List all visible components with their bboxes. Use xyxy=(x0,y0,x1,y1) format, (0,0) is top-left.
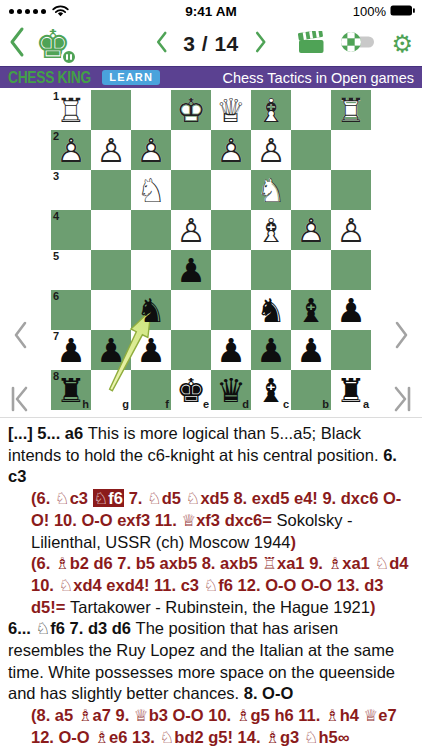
white-pawn: ♙ xyxy=(131,130,171,170)
square-f6[interactable]: ♞ xyxy=(131,290,171,330)
square-a2[interactable] xyxy=(331,130,371,170)
square-g2[interactable]: ♟♙ xyxy=(91,130,131,170)
annotation-paragraph: 6... ♘f6 7. d3 d6 The position that has … xyxy=(8,618,414,705)
chess-king-logo[interactable]: ♚ xyxy=(30,23,76,65)
square-d4[interactable] xyxy=(211,210,251,250)
square-b4[interactable]: ♟♙ xyxy=(291,210,331,250)
square-c3[interactable]: ♞♘ xyxy=(251,170,291,210)
white-bishop-fill: ♝ xyxy=(251,90,291,130)
black-pawn: ♟ xyxy=(211,330,251,370)
square-e7[interactable] xyxy=(171,330,211,370)
file-label: f xyxy=(165,398,169,410)
chevron-left-icon xyxy=(8,26,26,62)
white-rook: ♖ xyxy=(331,90,371,130)
nav-bar: ♚ 3 / 14 xyxy=(0,22,422,66)
rank-label: 6 xyxy=(53,290,59,303)
annotation-paragraph: (8. a5 ♗a7 9. ♕b3 O-O 10. ♗g5 h6 11. ♗h4… xyxy=(31,705,414,748)
square-b2[interactable] xyxy=(291,130,331,170)
white-king-fill: ♚ xyxy=(171,90,211,130)
square-b8[interactable]: b xyxy=(291,370,331,410)
square-c7[interactable]: ♟ xyxy=(251,330,291,370)
move-text: [...] 5... a6 xyxy=(8,424,88,442)
white-bishop: ♗ xyxy=(251,210,291,250)
white-queen: ♕ xyxy=(211,90,251,130)
square-f5[interactable] xyxy=(131,250,171,290)
highlighted-move[interactable]: ♘f6 xyxy=(93,489,124,507)
square-f7[interactable]: ♟ xyxy=(131,330,171,370)
white-king: ♔ xyxy=(171,90,211,130)
black-bishop: ♝ xyxy=(291,290,331,330)
back-button[interactable] xyxy=(8,26,26,62)
white-knight-fill: ♞ xyxy=(251,170,291,210)
square-h1[interactable]: 1♜♖ xyxy=(51,90,91,130)
move-text: 6... ♘f6 7. d3 d6 xyxy=(8,619,136,637)
square-c2[interactable]: ♟♙ xyxy=(251,130,291,170)
square-c6[interactable]: ♞ xyxy=(251,290,291,330)
square-f4[interactable] xyxy=(131,210,171,250)
white-pawn: ♙ xyxy=(211,130,251,170)
file-label: b xyxy=(322,398,329,410)
rank-label: 1 xyxy=(53,90,59,103)
board-section: 1♜♖♚♔♛♕♝♗♜♖2♟♙♟♙♟♙♟♙♟♙3♞♘♞♘4♟♙♝♗♟♙♟♙5♟6♞… xyxy=(0,88,422,418)
square-h3[interactable]: 3 xyxy=(51,170,91,210)
rank-label: 8 xyxy=(53,370,59,383)
black-pawn: ♟ xyxy=(331,290,371,330)
board-toggle[interactable] xyxy=(340,31,376,57)
white-bishop-fill: ♝ xyxy=(251,210,291,250)
white-pawn: ♙ xyxy=(171,210,211,250)
file-label: g xyxy=(122,398,129,410)
file-label: a xyxy=(363,398,369,410)
square-f3[interactable]: ♞♘ xyxy=(131,170,171,210)
black-knight: ♞ xyxy=(251,290,291,330)
white-pawn-fill: ♟ xyxy=(251,130,291,170)
last-position-button[interactable] xyxy=(391,385,413,413)
move-counter: 3 / 14 xyxy=(183,32,239,56)
square-c1[interactable]: ♝♗ xyxy=(251,90,291,130)
chess-board: 1♜♖♚♔♛♕♝♗♜♖2♟♙♟♙♟♙♟♙♟♙3♞♘♞♘4♟♙♝♗♟♙♟♙5♟6♞… xyxy=(51,90,371,410)
white-pawn-fill: ♟ xyxy=(171,210,211,250)
file-label: h xyxy=(82,398,89,410)
square-h5[interactable]: 5 xyxy=(51,250,91,290)
pause-badge-icon xyxy=(61,49,77,65)
square-d3[interactable] xyxy=(211,170,251,210)
clapperboard-icon xyxy=(298,40,325,57)
square-d6[interactable] xyxy=(211,290,251,330)
next-position-button[interactable] xyxy=(392,320,410,350)
square-h8[interactable]: 8h♜ xyxy=(51,370,91,410)
white-pawn: ♙ xyxy=(251,130,291,170)
annotation-panel[interactable]: [...] 5... a6 This is more logical than … xyxy=(0,418,422,749)
square-e4[interactable]: ♟♙ xyxy=(171,210,211,250)
status-bar: 9:41 AM 100% xyxy=(0,0,422,22)
move-text: 8. O-O xyxy=(244,684,294,702)
black-pawn: ♟ xyxy=(171,250,211,290)
square-b5[interactable] xyxy=(291,250,331,290)
square-f8[interactable]: f xyxy=(131,370,171,410)
square-c4[interactable]: ♝♗ xyxy=(251,210,291,250)
chess-king-wordmark: CHESS KING xyxy=(8,69,91,86)
rank-label: 3 xyxy=(53,170,59,183)
course-title: Chess Tactics in Open games xyxy=(222,70,414,86)
prev-position-button[interactable] xyxy=(12,320,30,350)
square-g5[interactable] xyxy=(91,250,131,290)
square-c8[interactable]: c♝ xyxy=(251,370,291,410)
white-queen-fill: ♛ xyxy=(211,90,251,130)
first-position-button[interactable] xyxy=(9,385,31,413)
battery-percent: 100% xyxy=(353,4,386,19)
square-g1[interactable] xyxy=(91,90,131,130)
square-a5[interactable] xyxy=(331,250,371,290)
square-d2[interactable]: ♟♙ xyxy=(211,130,251,170)
square-b3[interactable] xyxy=(291,170,331,210)
square-g3[interactable] xyxy=(91,170,131,210)
square-a3[interactable] xyxy=(331,170,371,210)
white-pawn-fill: ♟ xyxy=(91,130,131,170)
square-f2[interactable]: ♟♙ xyxy=(131,130,171,170)
square-d5[interactable] xyxy=(211,250,251,290)
white-pawn-fill: ♟ xyxy=(331,210,371,250)
banner: CHESS KING LEARN Chess Tactics in Open g… xyxy=(0,66,422,88)
white-rook-fill: ♜ xyxy=(331,90,371,130)
file-label: d xyxy=(242,398,249,410)
square-g6[interactable] xyxy=(91,290,131,330)
white-pawn: ♙ xyxy=(291,210,331,250)
black-pawn: ♟ xyxy=(91,330,131,370)
square-e3[interactable] xyxy=(171,170,211,210)
variation-text: (6. ♘c3 xyxy=(31,489,93,507)
square-a7[interactable] xyxy=(331,330,371,370)
square-e2[interactable] xyxy=(171,130,211,170)
white-pawn-fill: ♟ xyxy=(131,130,171,170)
white-pawn: ♙ xyxy=(91,130,131,170)
square-a8[interactable]: a♜ xyxy=(331,370,371,410)
square-e5[interactable]: ♟ xyxy=(171,250,211,290)
learn-badge: LEARN xyxy=(102,70,160,85)
square-e1[interactable]: ♚♔ xyxy=(171,90,211,130)
square-h6[interactable]: 6 xyxy=(51,290,91,330)
white-bishop: ♗ xyxy=(251,90,291,130)
checkered-board-icon xyxy=(340,39,376,56)
white-pawn: ♙ xyxy=(331,210,371,250)
variation-text: ) xyxy=(291,533,297,551)
video-lesson-button[interactable] xyxy=(298,31,325,58)
rank-label: 7 xyxy=(53,330,59,343)
black-pawn: ♟ xyxy=(291,330,331,370)
square-h2[interactable]: 2♟♙ xyxy=(51,130,91,170)
black-pawn: ♟ xyxy=(131,330,171,370)
black-pawn: ♟ xyxy=(251,330,291,370)
battery-icon xyxy=(390,4,415,19)
square-a4[interactable]: ♟♙ xyxy=(331,210,371,250)
file-label: e xyxy=(203,398,209,410)
square-b7[interactable]: ♟ xyxy=(291,330,331,370)
square-e6[interactable] xyxy=(171,290,211,330)
square-g8[interactable]: g xyxy=(91,370,131,410)
square-h4[interactable]: 4 xyxy=(51,210,91,250)
square-a1[interactable]: ♜♖ xyxy=(331,90,371,130)
variation-text: (8. a5 ♗a7 9. ♕b3 O-O 10. ♗g5 h6 11. ♗h4… xyxy=(31,706,397,746)
square-f1[interactable] xyxy=(131,90,171,130)
square-g7[interactable]: ♟ xyxy=(91,330,131,370)
next-move-button[interactable] xyxy=(254,30,268,58)
file-label: c xyxy=(283,398,289,410)
app-screen: 9:41 AM 100% ♚ xyxy=(0,0,422,750)
square-c5[interactable] xyxy=(251,250,291,290)
variation-text: ) xyxy=(370,598,376,616)
rank-label: 4 xyxy=(53,210,59,223)
gear-icon: ⚙ xyxy=(391,30,413,58)
white-pawn-fill: ♟ xyxy=(211,130,251,170)
annotation-paragraph: (6. ♗b2 d6 7. b5 axb5 8. axb5 ♖xa1 9. ♗x… xyxy=(31,553,414,618)
game-citation: Tartakower - Rubinstein, the Hague 1921 xyxy=(70,598,370,616)
annotation-paragraph: (6. ♘c3 ♘f6 7. ♘d5 ♘xd5 8. exd5 e4! 9. d… xyxy=(31,488,414,553)
annotation-paragraph: [...] 5... a6 This is more logical than … xyxy=(8,423,414,488)
square-d8[interactable]: d♛ xyxy=(211,370,251,410)
square-a6[interactable]: ♟ xyxy=(331,290,371,330)
white-knight: ♘ xyxy=(131,170,171,210)
square-e8[interactable]: e♚ xyxy=(171,370,211,410)
rank-label: 5 xyxy=(53,250,59,263)
white-pawn-fill: ♟ xyxy=(291,210,331,250)
square-g4[interactable] xyxy=(91,210,131,250)
white-knight: ♘ xyxy=(251,170,291,210)
square-h7[interactable]: 7♟ xyxy=(51,330,91,370)
square-b6[interactable]: ♝ xyxy=(291,290,331,330)
black-knight: ♞ xyxy=(131,290,171,330)
white-knight-fill: ♞ xyxy=(131,170,171,210)
rank-label: 2 xyxy=(53,130,59,143)
prev-move-button[interactable] xyxy=(154,30,168,58)
settings-button[interactable]: ⚙ xyxy=(391,32,413,56)
square-d7[interactable]: ♟ xyxy=(211,330,251,370)
square-b1[interactable] xyxy=(291,90,331,130)
square-d1[interactable]: ♛♕ xyxy=(211,90,251,130)
